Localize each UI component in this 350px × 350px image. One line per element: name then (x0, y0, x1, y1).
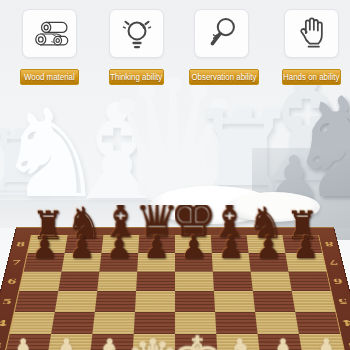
square-g8 (247, 235, 286, 253)
square-b7 (62, 253, 102, 272)
square-g4 (255, 312, 299, 334)
square-f4 (215, 312, 258, 334)
square-h5 (292, 291, 336, 312)
hand-icon (291, 14, 333, 54)
square-c3 (90, 334, 134, 350)
square-g3 (258, 334, 303, 350)
square-e4 (175, 312, 216, 334)
feature-label-observation: Observation ability (189, 69, 259, 85)
square-f7 (212, 253, 251, 272)
square-a4 (10, 312, 55, 334)
knight-silhouette: ♞ (0, 93, 105, 215)
square-h6 (288, 272, 330, 292)
feature-card-observation (194, 9, 249, 58)
rank-label-left-8: 8 (9, 235, 31, 253)
chessboard-squares (0, 235, 350, 350)
chessboard-frame: 8877665544332211♜♞♝♛♚♝♞♜♟♟♟♟♟♟♟♟♟♟♟♟♟♟♟♟… (0, 227, 350, 350)
product-image: ♜♞♝♛♜♝♟♞ (0, 0, 350, 350)
square-d8 (138, 235, 175, 253)
square-h4 (295, 312, 340, 334)
lightbulb-icon (116, 14, 158, 54)
square-c4 (92, 312, 135, 334)
feature-label-wood: Wood material (20, 69, 79, 85)
feature-card-hands (284, 9, 339, 58)
square-d4 (134, 312, 175, 334)
square-g5 (253, 291, 295, 312)
square-e8 (175, 235, 212, 253)
square-d6 (136, 272, 175, 292)
square-b4 (51, 312, 95, 334)
square-b6 (58, 272, 99, 292)
chessboard: 8877665544332211♜♞♝♛♚♝♞♜♟♟♟♟♟♟♟♟♟♟♟♟♟♟♟♟… (16, 227, 334, 350)
square-a7 (24, 253, 65, 272)
square-a8 (28, 235, 68, 253)
square-c5 (95, 291, 136, 312)
rook-silhouette: ♜ (0, 118, 62, 210)
square-d5 (135, 291, 175, 312)
square-e5 (175, 291, 215, 312)
feature-card-thinking (109, 9, 164, 58)
square-e3 (175, 334, 218, 350)
square-b3 (47, 334, 92, 350)
square-h7 (285, 253, 326, 272)
square-f6 (213, 272, 253, 292)
square-e7 (175, 253, 213, 272)
square-a5 (15, 291, 59, 312)
feature-card-wood (22, 9, 77, 58)
square-f5 (214, 291, 255, 312)
rank-label-right-7: 7 (322, 253, 345, 272)
square-h3 (299, 334, 346, 350)
square-f3 (216, 334, 260, 350)
square-c8 (101, 235, 139, 253)
square-d7 (137, 253, 175, 272)
magnifier-icon (201, 14, 243, 54)
square-f8 (211, 235, 249, 253)
square-g6 (251, 272, 292, 292)
square-e6 (175, 272, 214, 292)
square-h8 (282, 235, 322, 253)
square-a6 (19, 272, 61, 292)
square-a3 (5, 334, 52, 350)
white-plate (228, 192, 320, 222)
feature-label-hands: Hands on ability (282, 69, 341, 85)
square-c6 (97, 272, 137, 292)
square-c7 (99, 253, 138, 272)
square-b5 (55, 291, 97, 312)
square-d3 (132, 334, 175, 350)
feature-label-thinking: Thinking ability (109, 69, 164, 85)
square-g7 (249, 253, 289, 272)
square-b8 (65, 235, 104, 253)
wood-logs-icon (29, 14, 71, 54)
